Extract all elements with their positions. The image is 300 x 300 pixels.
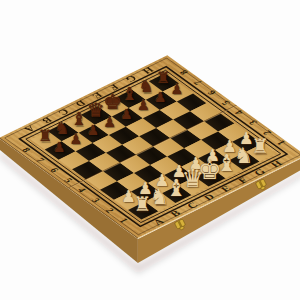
- piece-black-pawn-f7[interactable]: ♟: [137, 99, 149, 113]
- piece-black-pawn-e7[interactable]: ♟: [120, 108, 132, 122]
- piece-black-pawn-d7[interactable]: ♟: [104, 116, 116, 130]
- piece-black-pawn-h7[interactable]: ♟: [171, 83, 183, 97]
- piece-black-knight-g8[interactable]: ♞: [139, 78, 154, 95]
- piece-black-knight-b8[interactable]: ♞: [55, 120, 70, 137]
- piece-black-bishop-f8[interactable]: ♝: [121, 86, 137, 104]
- chess-set-photo: ABCDEFGH 87654321 87654321 ABCDEFGH ♜♞♝♛…: [0, 0, 300, 300]
- piece-white-rook-a1[interactable]: ♜: [133, 196, 151, 216]
- piece-white-rook-h1[interactable]: ♜: [251, 138, 269, 158]
- piece-black-pawn-c7[interactable]: ♟: [87, 124, 99, 138]
- piece-black-rook-a8[interactable]: ♜: [38, 129, 52, 145]
- piece-black-pawn-b7[interactable]: ♟: [70, 133, 82, 147]
- piece-black-pawn-g7[interactable]: ♟: [154, 91, 166, 105]
- piece-black-pawn-a7[interactable]: ♟: [53, 141, 65, 155]
- pieces-layer: ♜♞♝♛♚♝♞♜♟♟♟♟♟♟♟♟♟♟♟♟♟♟♟♟♜♞♝♛♚♝♞♜: [0, 0, 300, 300]
- piece-white-knight-b1[interactable]: ♞: [150, 186, 169, 208]
- piece-black-queen-d8[interactable]: ♛: [87, 101, 105, 121]
- piece-black-king-e8[interactable]: ♚: [103, 91, 122, 112]
- piece-black-rook-h8[interactable]: ♜: [156, 71, 170, 87]
- piece-black-bishop-c8[interactable]: ♝: [71, 110, 87, 128]
